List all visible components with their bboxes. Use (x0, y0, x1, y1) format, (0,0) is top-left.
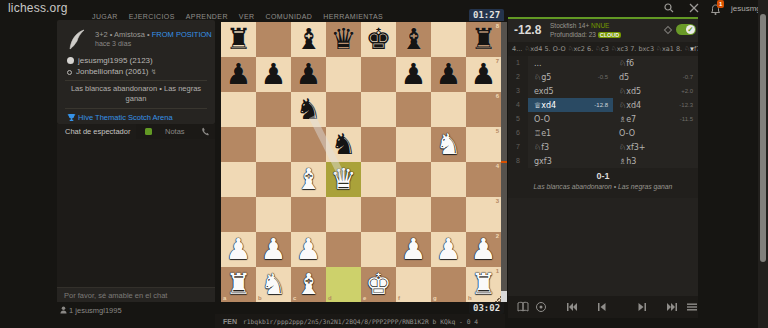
move-row: 5O-O♗e7-11.5 (508, 112, 698, 126)
white-pawn-g2[interactable]: ♟ (431, 232, 466, 267)
engine-toggle[interactable]: ✓ (676, 24, 696, 35)
black-move-3[interactable]: ♘xd5+2.0 (613, 84, 698, 98)
move-number: 6 (508, 126, 528, 140)
black-move-2[interactable]: d5-0.7 (613, 70, 698, 84)
notification-badge: 1 (717, 0, 724, 8)
square-f8[interactable]: ♝ (396, 22, 431, 57)
square-a2[interactable]: ♟ (221, 232, 256, 267)
previous-move-icon[interactable] (596, 301, 608, 313)
square-g8[interactable] (431, 22, 466, 57)
square-b1[interactable]: ♞b (256, 267, 291, 302)
white-queen-d4[interactable]: ♛ (326, 162, 361, 197)
square-f5[interactable] (396, 127, 431, 162)
result-block: 0-1 Las blancas abandonaron • Las negras… (508, 168, 698, 198)
game-result-note: Las blancas abandonaron • Las negras gan… (65, 84, 207, 104)
black-move-8[interactable]: ♗h3 (613, 154, 698, 168)
nav-item-ejercicios[interactable]: EJERCICIOS (129, 13, 175, 20)
move-number: 5 (508, 112, 528, 126)
black-move-1[interactable]: ♘f6 (613, 56, 698, 70)
square-e5[interactable] (361, 127, 396, 162)
coord-rank-1: 1 (496, 268, 499, 274)
coord-file-a: a (223, 295, 226, 301)
tab-notes[interactable]: Notas (165, 127, 185, 136)
engine-settings-icon[interactable] (664, 26, 672, 34)
search-icon[interactable] (664, 3, 674, 13)
lichess-logo[interactable]: lichess.org (8, 1, 68, 15)
black-pawn-a7[interactable]: ♟ (221, 57, 256, 92)
black-pawn-b7[interactable]: ♟ (256, 57, 291, 92)
square-e1[interactable]: ♚e (361, 267, 396, 302)
next-move-icon[interactable] (636, 301, 648, 313)
square-e8[interactable]: ♚ (361, 22, 396, 57)
tournament-link[interactable]: Hive Thematic Scotch Arena (67, 113, 173, 122)
tab-spectator-chat[interactable]: Chat de espectador (57, 124, 136, 139)
fen-bar: FEN r1bqkb1r/ppp2ppp/2n5/3n2N1/2BQ4/8/PP… (215, 314, 505, 328)
square-h5[interactable]: 5 (466, 127, 501, 162)
engine-toggle-knob: ✓ (686, 25, 695, 34)
black-move-4[interactable]: ♘xd4-12.3 (613, 98, 698, 112)
square-b7[interactable]: ♟ (256, 57, 291, 92)
square-a6[interactable] (221, 92, 256, 127)
black-move-7[interactable]: ♘xf3+ (613, 140, 698, 154)
eval-gauge-midpoint-tick (501, 161, 507, 163)
square-g7[interactable]: ♟ (431, 57, 466, 92)
white-move-2[interactable]: ♘g5-0.5 (528, 70, 613, 84)
board-grid[interactable]: ♜♝♛♚♝♜8♟♟♟♟♟♟7♞6♞♞5♝♛43♟♟♟♟♟♟2♜a♞b♝cd♚ef… (221, 22, 501, 302)
square-b4[interactable] (256, 162, 291, 197)
square-f2[interactable]: ♟ (396, 232, 431, 267)
white-move-7[interactable]: ♘f3 (528, 140, 613, 154)
square-a5[interactable] (221, 127, 256, 162)
move-row: 1...♘f6 (508, 56, 698, 70)
coord-file-e: e (363, 295, 366, 301)
white-move-1[interactable]: ... (528, 56, 613, 70)
black-knight-c6[interactable]: ♞ (291, 92, 326, 127)
square-d3[interactable] (326, 197, 361, 232)
move-list-empty-area (508, 198, 698, 296)
nav-item-herramientas[interactable]: HERRAMIENTAS (323, 13, 383, 20)
first-move-icon[interactable] (566, 301, 578, 313)
black-rook-a8[interactable]: ♜ (221, 22, 256, 57)
square-h8[interactable]: ♜8 (466, 22, 501, 57)
nav-item-comunidad[interactable]: COMUNIDAD (265, 13, 312, 20)
black-king-e8[interactable]: ♚ (361, 22, 396, 57)
move-row: 6♖e1O-O (508, 126, 698, 140)
square-d5[interactable]: ♞ (326, 127, 361, 162)
nav-item-ver[interactable]: VER (239, 13, 255, 20)
move-list: 1...♘f62♘g5-0.5d5-0.73exd5♘xd5+2.04♕xd4-… (508, 56, 698, 168)
game-meta-box: 3+2 • Amistosa • FROM POSITION hace 3 dí… (57, 20, 215, 124)
black-player-row[interactable]: Jonbellionfan (2061) ↯ (67, 66, 157, 77)
black-move-5[interactable]: ♗e7-11.5 (613, 112, 698, 126)
coord-rank-3: 3 (496, 198, 499, 204)
square-b6[interactable] (256, 92, 291, 127)
square-c7[interactable]: ♟ (291, 57, 326, 92)
coord-rank-7: 7 (496, 58, 499, 64)
engine-pv-bar[interactable]: 4... ♘xd4 5. O-O ♘xc2 6. ♘c3 ♘xc3 7. bxc… (508, 42, 698, 56)
square-h3[interactable]: 3 (466, 197, 501, 232)
divider (65, 108, 207, 109)
square-d7[interactable] (326, 57, 361, 92)
coord-file-f: f (398, 295, 400, 301)
move-number: 4 (508, 98, 528, 112)
white-pawn-a2[interactable]: ♟ (221, 232, 256, 267)
square-e6[interactable] (361, 92, 396, 127)
square-e3[interactable] (361, 197, 396, 232)
move-row: 2♘g5-0.5d5-0.7 (508, 70, 698, 84)
clock-black: 01:27 (469, 9, 504, 21)
square-g6[interactable] (431, 92, 466, 127)
black-pawn-g7[interactable]: ♟ (431, 57, 466, 92)
phone-icon[interactable] (201, 127, 210, 136)
white-move-3[interactable]: exd5 (528, 84, 613, 98)
black-bishop-f8[interactable]: ♝ (396, 22, 431, 57)
white-pawn-f2[interactable]: ♟ (396, 232, 431, 267)
chat-members: 1 jesusmgl1995 (60, 306, 122, 315)
square-b5[interactable] (256, 127, 291, 162)
square-d6[interactable] (326, 92, 361, 127)
white-move-6[interactable]: ♖e1 (528, 126, 613, 140)
square-c3[interactable] (291, 197, 326, 232)
move-number: 2 (508, 70, 528, 84)
menu-hamburger-icon[interactable] (686, 301, 698, 313)
engine-name-line: Stockfish 14+ NNUE (550, 22, 609, 29)
square-c5[interactable] (291, 127, 326, 162)
square-g1[interactable]: g (431, 267, 466, 302)
nav-item-aprender[interactable]: APRENDER (186, 13, 228, 20)
scrollbar-thumb[interactable] (760, 14, 766, 262)
top-nav: lichess.org JUGAREJERCICIOSAPRENDERVERCO… (0, 0, 768, 17)
square-d4[interactable]: ♛ (326, 162, 361, 197)
coord-file-g: g (433, 295, 437, 301)
white-color-icon (67, 57, 74, 64)
game-date: hace 3 días (95, 40, 131, 47)
practice-target-icon[interactable] (535, 301, 547, 313)
square-d1[interactable]: d (326, 267, 361, 302)
coord-rank-2: 2 (496, 233, 499, 239)
square-d2[interactable] (326, 232, 361, 267)
black-move-6[interactable]: O-O (613, 126, 698, 140)
square-c8[interactable]: ♝ (291, 22, 326, 57)
square-h6[interactable]: 6 (466, 92, 501, 127)
chess-board[interactable]: ♜♝♛♚♝♜8♟♟♟♟♟♟7♞6♞♞5♝♛43♟♟♟♟♟♟2♜a♞b♝cd♚ef… (221, 22, 501, 302)
coord-file-d: d (328, 295, 332, 301)
square-f7[interactable]: ♟ (396, 57, 431, 92)
move-row: 3exd5♘xd5+2.0 (508, 84, 698, 98)
square-b3[interactable] (256, 197, 291, 232)
white-move-4[interactable]: ♕xd4-12.8 (528, 98, 613, 112)
chat-tabs: Chat de espectador Notas (57, 124, 215, 139)
move-row: 4♕xd4-12.8♘xd4-12.3 (508, 98, 698, 112)
from-position-link[interactable]: FROM POSITION (152, 30, 212, 39)
square-a8[interactable]: ♜ (221, 22, 256, 57)
coord-rank-4: 4 (496, 163, 499, 169)
result-text: Las blancas abandonaron • Las negras gan… (508, 181, 698, 190)
square-e7[interactable] (361, 57, 396, 92)
square-g2[interactable]: ♟ (431, 232, 466, 267)
square-c1[interactable]: ♝c (291, 267, 326, 302)
eval-gauge-white-share (501, 291, 507, 302)
square-c4[interactable]: ♝ (291, 162, 326, 197)
coord-rank-5: 5 (496, 128, 499, 134)
square-h4[interactable]: 4 (466, 162, 501, 197)
square-g4[interactable] (431, 162, 466, 197)
square-a3[interactable] (221, 197, 256, 232)
move-number: 1 (508, 56, 528, 70)
analysis-toolbar (508, 296, 698, 318)
square-h7[interactable]: ♟7 (466, 57, 501, 92)
white-pawn-c2[interactable]: ♟ (291, 232, 326, 267)
lichess-analysis-page: lichess.org JUGAREJERCICIOSAPRENDERVERCO… (0, 0, 768, 328)
white-move-8[interactable]: gxf3 (528, 154, 613, 168)
casual-feather-icon (68, 29, 86, 51)
square-a7[interactable]: ♟ (221, 57, 256, 92)
engine-box: -12.8 Stockfish 14+ NNUE Profundidad: 23… (508, 17, 698, 42)
white-pawn-b2[interactable]: ♟ (256, 232, 291, 267)
coord-file-b: b (258, 295, 262, 301)
divider (65, 80, 207, 81)
game-meta-line: 3+2 • Amistosa • FROM POSITION (95, 30, 212, 39)
result-score: 0-1 (508, 168, 698, 181)
cloud-badge: CLOUD (598, 32, 622, 38)
white-player-row[interactable]: jesusmgl1995 (2123) (67, 55, 157, 66)
square-e2[interactable] (361, 232, 396, 267)
move-number: 7 (508, 140, 528, 154)
chat-messages[interactable] (57, 139, 215, 287)
square-f6[interactable] (396, 92, 431, 127)
opening-book-icon[interactable] (517, 301, 529, 313)
white-knight-g5[interactable]: ♞ (431, 127, 466, 162)
square-a4[interactable] (221, 162, 256, 197)
engine-eval: -12.8 (514, 23, 541, 37)
move-row: 7♘f3♘xf3+ (508, 140, 698, 154)
coord-file-h: h (468, 295, 472, 301)
square-h2[interactable]: ♟2 (466, 232, 501, 267)
clock-white: 03:02 (469, 302, 504, 314)
close-icon[interactable] (689, 3, 699, 13)
square-c2[interactable]: ♟ (291, 232, 326, 267)
eval-gauge (501, 22, 507, 302)
coord-rank-6: 6 (496, 93, 499, 99)
black-pawn-f7[interactable]: ♟ (396, 57, 431, 92)
chat-input[interactable]: Por favor, sé amable en el chat (57, 287, 215, 302)
move-number: 8 (508, 154, 528, 168)
square-b8[interactable] (256, 22, 291, 57)
engine-depth-line: Profundidad: 23 CLOUD (550, 31, 621, 38)
square-e4[interactable] (361, 162, 396, 197)
square-f4[interactable] (396, 162, 431, 197)
pv-expand-caret[interactable]: ▼ (689, 46, 695, 52)
fen-label: FEN (223, 318, 237, 325)
last-move-icon[interactable] (666, 301, 678, 313)
square-a1[interactable]: ♜a (221, 267, 256, 302)
trophy-icon (67, 113, 76, 122)
black-color-icon (67, 70, 72, 75)
move-number: 3 (508, 84, 528, 98)
players-list: jesusmgl1995 (2123) Jonbellionfan (2061)… (67, 55, 157, 77)
square-b2[interactable]: ♟ (256, 232, 291, 267)
berserk-icon: ↯ (151, 68, 157, 75)
coord-file-c: c (293, 295, 296, 301)
white-bishop-c4[interactable]: ♝ (291, 162, 326, 197)
square-g5[interactable]: ♞ (431, 127, 466, 162)
square-d8[interactable]: ♛ (326, 22, 361, 57)
move-row: 8gxf3♗h3 (508, 154, 698, 168)
square-c6[interactable]: ♞ (291, 92, 326, 127)
nav-item-jugar[interactable]: JUGAR (92, 13, 118, 20)
spectator-icon (60, 306, 67, 314)
black-knight-d5[interactable]: ♞ (326, 127, 361, 162)
square-g3[interactable] (431, 197, 466, 232)
black-queen-d8[interactable]: ♛ (326, 22, 361, 57)
coord-rank-8: 8 (496, 23, 499, 29)
square-f3[interactable] (396, 197, 431, 232)
fen-input[interactable]: r1bqkb1r/ppp2ppp/2n5/3n2N1/2BQ4/8/PPP2PP… (243, 318, 478, 325)
square-f1[interactable]: f (396, 267, 431, 302)
white-move-5[interactable]: O-O (528, 112, 613, 126)
black-bishop-c8[interactable]: ♝ (291, 22, 326, 57)
chat-toggle[interactable] (145, 128, 152, 135)
engine-pv-line[interactable]: 4... ♘xd4 5. O-O ♘xc2 6. ♘c3 ♘xc3 7. bxc… (512, 45, 698, 53)
black-pawn-c7[interactable]: ♟ (291, 57, 326, 92)
